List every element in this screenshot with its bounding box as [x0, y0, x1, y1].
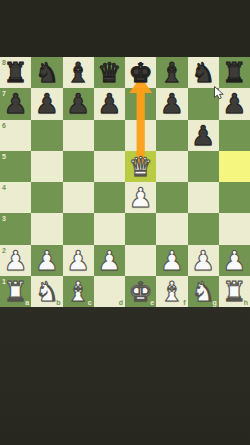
piece-black-pawn-a7[interactable]: ♟ — [0, 88, 31, 119]
empty-d5 — [94, 151, 125, 182]
empty-h4 — [219, 182, 250, 213]
empty-e2 — [125, 245, 156, 276]
empty-c5 — [63, 151, 94, 182]
top-bar — [0, 0, 250, 57]
piece-black-queen-d8[interactable]: ♛ — [94, 57, 125, 88]
piece-black-pawn-g6[interactable]: ♟ — [188, 120, 219, 151]
piece-white-knight-g1[interactable]: ♞ — [188, 276, 219, 307]
empty-f4 — [156, 182, 187, 213]
empty-c6 — [63, 120, 94, 151]
empty-f6 — [156, 120, 187, 151]
piece-white-pawn-b2[interactable]: ♟ — [31, 245, 62, 276]
empty-g7 — [188, 88, 219, 119]
empty-e6 — [125, 120, 156, 151]
piece-white-bishop-c1[interactable]: ♝ — [63, 276, 94, 307]
empty-e7 — [125, 88, 156, 119]
chess-board[interactable]: 87654321abcdefgh ♜♞♝♛♚♝♞♜♟♟♟♟♟♟♟♛♟♟♟♟♟♟♟… — [0, 57, 250, 307]
empty-g5 — [188, 151, 219, 182]
piece-black-pawn-f7[interactable]: ♟ — [156, 88, 187, 119]
screen: 87654321abcdefgh ♜♞♝♛♚♝♞♜♟♟♟♟♟♟♟♛♟♟♟♟♟♟♟… — [0, 0, 250, 445]
empty-h3 — [219, 213, 250, 244]
empty-c4 — [63, 182, 94, 213]
piece-white-knight-b1[interactable]: ♞ — [31, 276, 62, 307]
bottom-bar — [0, 307, 250, 445]
piece-white-bishop-f1[interactable]: ♝ — [156, 276, 187, 307]
piece-black-pawn-c7[interactable]: ♟ — [63, 88, 94, 119]
piece-black-bishop-f8[interactable]: ♝ — [156, 57, 187, 88]
pieces-layer: ♜♞♝♛♚♝♞♜♟♟♟♟♟♟♟♛♟♟♟♟♟♟♟♟♜♞♝♚♝♞♜ — [0, 57, 250, 307]
empty-d4 — [94, 182, 125, 213]
empty-f3 — [156, 213, 187, 244]
piece-white-pawn-d2[interactable]: ♟ — [94, 245, 125, 276]
empty-g3 — [188, 213, 219, 244]
piece-black-king-e8[interactable]: ♚ — [125, 57, 156, 88]
empty-f5 — [156, 151, 187, 182]
piece-white-pawn-f2[interactable]: ♟ — [156, 245, 187, 276]
piece-black-knight-g8[interactable]: ♞ — [188, 57, 219, 88]
empty-h5 — [219, 151, 250, 182]
piece-black-pawn-b7[interactable]: ♟ — [31, 88, 62, 119]
piece-white-pawn-e4[interactable]: ♟ — [125, 182, 156, 213]
piece-white-pawn-g2[interactable]: ♟ — [188, 245, 219, 276]
piece-white-pawn-c2[interactable]: ♟ — [63, 245, 94, 276]
empty-d6 — [94, 120, 125, 151]
empty-b5 — [31, 151, 62, 182]
empty-a4 — [0, 182, 31, 213]
empty-b4 — [31, 182, 62, 213]
empty-b6 — [31, 120, 62, 151]
empty-g4 — [188, 182, 219, 213]
piece-white-rook-h1[interactable]: ♜ — [219, 276, 250, 307]
piece-white-queen-e5[interactable]: ♛ — [125, 151, 156, 182]
piece-black-pawn-h7[interactable]: ♟ — [219, 88, 250, 119]
empty-e3 — [125, 213, 156, 244]
piece-black-knight-b8[interactable]: ♞ — [31, 57, 62, 88]
piece-black-rook-a8[interactable]: ♜ — [0, 57, 31, 88]
piece-white-pawn-a2[interactable]: ♟ — [0, 245, 31, 276]
empty-a3 — [0, 213, 31, 244]
empty-b3 — [31, 213, 62, 244]
empty-a5 — [0, 151, 31, 182]
empty-h6 — [219, 120, 250, 151]
piece-black-bishop-c8[interactable]: ♝ — [63, 57, 94, 88]
piece-white-king-e1[interactable]: ♚ — [125, 276, 156, 307]
piece-black-pawn-d7[interactable]: ♟ — [94, 88, 125, 119]
empty-d3 — [94, 213, 125, 244]
empty-a6 — [0, 120, 31, 151]
piece-black-rook-h8[interactable]: ♜ — [219, 57, 250, 88]
empty-c3 — [63, 213, 94, 244]
piece-white-rook-a1[interactable]: ♜ — [0, 276, 31, 307]
piece-white-pawn-h2[interactable]: ♟ — [219, 245, 250, 276]
empty-d1 — [94, 276, 125, 307]
